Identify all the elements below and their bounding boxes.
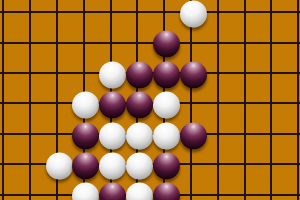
board-point[interactable] — [285, 88, 300, 118]
board-point[interactable] — [151, 88, 178, 118]
board-point[interactable] — [151, 0, 178, 28]
board-point[interactable] — [178, 0, 205, 28]
board-point[interactable] — [258, 180, 285, 200]
board-point[interactable] — [17, 88, 44, 118]
black-stone — [72, 122, 99, 149]
board-point[interactable] — [151, 28, 178, 58]
board-point[interactable] — [178, 149, 205, 179]
board-point[interactable] — [231, 58, 258, 88]
white-stone — [46, 152, 73, 179]
board-point[interactable] — [258, 58, 285, 88]
board-point[interactable] — [44, 0, 71, 28]
board-point[interactable] — [71, 180, 98, 200]
board-point[interactable] — [231, 0, 258, 28]
white-stone — [126, 183, 153, 200]
board-point[interactable] — [44, 180, 71, 200]
board-point[interactable] — [204, 119, 231, 149]
board-point[interactable] — [44, 149, 71, 179]
board-point[interactable] — [151, 149, 178, 179]
board-point[interactable] — [151, 119, 178, 149]
board-point[interactable] — [124, 180, 151, 200]
board-point[interactable] — [97, 58, 124, 88]
board-point[interactable] — [71, 88, 98, 118]
board-point[interactable] — [0, 180, 17, 200]
board-point[interactable] — [71, 119, 98, 149]
board-point[interactable] — [204, 0, 231, 28]
board-point[interactable] — [285, 149, 300, 179]
board-point[interactable] — [151, 58, 178, 88]
board-point[interactable] — [124, 28, 151, 58]
board-point[interactable] — [97, 119, 124, 149]
board-point[interactable] — [258, 149, 285, 179]
board-point[interactable] — [0, 0, 17, 28]
board-point[interactable] — [285, 180, 300, 200]
white-stone — [72, 92, 99, 119]
board-point[interactable] — [0, 28, 17, 58]
board-point[interactable] — [204, 58, 231, 88]
board-point[interactable] — [97, 28, 124, 58]
black-stone — [126, 61, 153, 88]
board-point[interactable] — [258, 0, 285, 28]
board-point[interactable] — [285, 58, 300, 88]
white-stone — [99, 152, 126, 179]
white-stone — [99, 61, 126, 88]
board-point[interactable] — [17, 119, 44, 149]
black-stone — [153, 31, 180, 58]
board-point[interactable] — [231, 88, 258, 118]
board-point[interactable] — [44, 119, 71, 149]
white-stone — [126, 122, 153, 149]
board-point[interactable] — [231, 149, 258, 179]
board-point[interactable] — [151, 180, 178, 200]
black-stone — [153, 183, 180, 200]
board-point[interactable] — [0, 58, 17, 88]
white-stone — [72, 183, 99, 200]
board-point[interactable] — [17, 28, 44, 58]
board-point[interactable] — [231, 180, 258, 200]
board-point[interactable] — [97, 149, 124, 179]
board-point[interactable] — [124, 119, 151, 149]
board-point[interactable] — [71, 58, 98, 88]
white-stone — [153, 92, 180, 119]
black-stone — [99, 92, 126, 119]
white-stone — [153, 122, 180, 149]
board-point[interactable] — [71, 0, 98, 28]
board-point[interactable] — [97, 88, 124, 118]
board-point[interactable] — [204, 180, 231, 200]
board-point[interactable] — [0, 119, 17, 149]
board-point[interactable] — [204, 28, 231, 58]
black-stone — [126, 92, 153, 119]
go-board-screenshot — [0, 0, 300, 200]
board-point[interactable] — [258, 119, 285, 149]
board-point[interactable] — [124, 0, 151, 28]
black-stone — [72, 152, 99, 179]
white-stone — [180, 1, 207, 28]
board-point[interactable] — [44, 28, 71, 58]
board-point[interactable] — [231, 119, 258, 149]
go-board[interactable] — [0, 0, 300, 200]
board-point[interactable] — [285, 0, 300, 28]
board-point[interactable] — [0, 149, 17, 179]
board-point[interactable] — [231, 28, 258, 58]
board-point[interactable] — [17, 58, 44, 88]
board-point[interactable] — [71, 149, 98, 179]
board-point[interactable] — [178, 28, 205, 58]
board-point[interactable] — [178, 180, 205, 200]
board-point[interactable] — [285, 28, 300, 58]
board-point[interactable] — [204, 88, 231, 118]
board-point[interactable] — [97, 0, 124, 28]
black-stone — [99, 183, 126, 200]
board-point[interactable] — [17, 0, 44, 28]
board-point[interactable] — [124, 88, 151, 118]
black-stone — [180, 61, 207, 88]
board-point[interactable] — [258, 88, 285, 118]
board-point[interactable] — [44, 88, 71, 118]
board-point[interactable] — [178, 88, 205, 118]
black-stone — [180, 122, 207, 149]
board-point[interactable] — [124, 149, 151, 179]
board-point[interactable] — [0, 88, 17, 118]
board-point[interactable] — [17, 149, 44, 179]
board-point[interactable] — [17, 180, 44, 200]
board-point[interactable] — [178, 119, 205, 149]
white-stone — [99, 122, 126, 149]
board-point[interactable] — [285, 119, 300, 149]
white-stone — [126, 152, 153, 179]
board-point[interactable] — [204, 149, 231, 179]
board-point[interactable] — [124, 58, 151, 88]
board-point[interactable] — [97, 180, 124, 200]
board-point[interactable] — [178, 58, 205, 88]
black-stone — [153, 152, 180, 179]
board-point[interactable] — [258, 28, 285, 58]
board-point[interactable] — [44, 58, 71, 88]
black-stone — [153, 61, 180, 88]
board-point[interactable] — [71, 28, 98, 58]
